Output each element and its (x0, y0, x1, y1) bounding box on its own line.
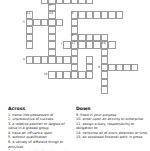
grid-cell-r4c4[interactable] (48, 26, 56, 34)
grid-cell-r8c11[interactable] (101, 56, 109, 64)
grid-cell-r10c4[interactable] (48, 71, 56, 79)
grid-cell-r8c5[interactable] (56, 56, 64, 64)
grid-cell-r5c4[interactable] (48, 34, 56, 42)
down-clue-15: 15. an extended fictional work in prose (76, 135, 148, 140)
grid-cell-r4c1[interactable] (26, 26, 34, 34)
grid-cell-r3c3[interactable] (41, 19, 49, 27)
grid-cell-r10c6[interactable] (63, 71, 71, 79)
grid-cell-r0c5[interactable] (56, 0, 64, 4)
grid-cell-r5c10[interactable] (93, 34, 101, 42)
clue-number-label-14: 14 (49, 12, 53, 15)
grid-cell-r8c9[interactable] (86, 56, 94, 64)
crossword-grid: 31214456717198910 (18, 0, 139, 94)
clue-number-label-3: 3 (49, 4, 51, 7)
grid-cell-r6c8[interactable] (78, 41, 86, 49)
grid-cell-r12c11[interactable] (101, 86, 109, 94)
clue-number-label-5: 5 (19, 21, 25, 24)
grid-cell-r9c15[interactable] (131, 64, 139, 72)
grid-cell-r0c9[interactable] (86, 0, 94, 4)
down-clue-list: 9. fixed in your purpose10. enter upon a… (76, 113, 148, 141)
grid-cell-r0c7[interactable] (71, 0, 79, 4)
down-header: Down (76, 106, 148, 111)
clue-number-label-7: 7 (57, 43, 63, 46)
grid-cell-r2c10[interactable] (93, 11, 101, 19)
grid-cell-r2c9[interactable] (86, 11, 94, 19)
across-clues-section: Across 1. come into possession of2. unpr… (8, 106, 72, 150)
grid-cell-r2c11[interactable] (101, 11, 109, 19)
grid-cell-r0c8[interactable] (78, 0, 86, 4)
grid-cell-r7c11[interactable] (101, 49, 109, 57)
grid-cell-r8c1[interactable] (26, 56, 34, 64)
grid-cell-r10c7[interactable] (71, 71, 79, 79)
grid-cell-r3c4[interactable] (48, 19, 56, 27)
grid-cell-r9c7[interactable] (71, 64, 79, 72)
grid-cell-r5c1[interactable] (26, 34, 34, 42)
across-header: Across (8, 106, 72, 111)
grid-cell-r10c5[interactable] (56, 71, 64, 79)
grid-cell-r9c13[interactable] (116, 64, 124, 72)
clue-number-label-10: 10 (42, 73, 48, 76)
across-clue-3: 3. a relative position or degree of valu… (8, 122, 72, 131)
grid-cell-r3c7[interactable] (71, 19, 79, 27)
clue-number-label-17: 17 (72, 42, 76, 45)
grid-cell-r5c11[interactable] (101, 34, 109, 42)
grid-cell-r8c6[interactable] (63, 56, 71, 64)
grid-cell-r6c9[interactable] (86, 41, 94, 49)
grid-cell-r8c4[interactable] (48, 56, 56, 64)
grid-cell-r9c9[interactable] (86, 64, 94, 72)
grid-cell-r2c12[interactable] (108, 11, 116, 19)
clue-number-label-8: 8 (19, 58, 25, 61)
grid-cell-r6c10[interactable] (93, 41, 101, 49)
down-clue-10: 10. enter upon an activity or enterprise (76, 117, 148, 122)
grid-cell-r8c7[interactable] (71, 56, 79, 64)
grid-cell-r11c11[interactable] (101, 79, 109, 87)
grid-cell-r3c2[interactable] (33, 19, 41, 27)
grid-cell-r10c11[interactable] (101, 71, 109, 79)
across-clue-list: 1. come into possession of2. unproductiv… (8, 113, 72, 151)
clue-number-label-9: 9 (94, 66, 100, 69)
grid-cell-r6c12[interactable] (108, 41, 116, 49)
grid-cell-r9c11[interactable] (101, 64, 109, 72)
grid-cell-r8c3[interactable] (41, 56, 49, 64)
grid-cell-r6c1[interactable] (26, 41, 34, 49)
grid-cell-r10c8[interactable] (78, 71, 86, 79)
grid-cell-r5c8[interactable] (78, 34, 86, 42)
clue-number-label-12: 12 (27, 12, 31, 15)
down-clues-section: Down 9. fixed in your purpose10. enter u… (76, 106, 148, 140)
clue-number-label-19: 19 (102, 42, 106, 45)
grid-cell-r10c9[interactable] (86, 71, 94, 79)
clue-number-label-4: 4 (72, 12, 74, 15)
grid-cell-r7c7[interactable] (71, 49, 79, 57)
grid-cell-r6c6[interactable] (63, 41, 71, 49)
grid-cell-r3c1[interactable] (26, 19, 34, 27)
across-clue-7: 7. characterized by friendship and goodw… (8, 149, 72, 150)
grid-cell-r6c4[interactable] (48, 41, 56, 49)
grid-cell-r5c9[interactable] (86, 34, 94, 42)
down-clue-11: 11. assign a duty, responsibility or obl… (76, 122, 148, 131)
grid-cell-r2c13[interactable] (116, 11, 124, 19)
across-clue-6: 6. a variety of different things or acti… (8, 140, 72, 149)
grid-cell-r3c5[interactable] (56, 19, 64, 27)
grid-cell-r9c14[interactable] (123, 64, 131, 72)
grid-cell-r0c3[interactable] (41, 0, 49, 4)
grid-cell-r9c12[interactable] (108, 64, 116, 72)
grid-cell-r8c2[interactable] (33, 56, 41, 64)
grid-cell-r2c8[interactable] (78, 11, 86, 19)
grid-cell-r7c4[interactable] (48, 49, 56, 57)
clue-number-label-6: 6 (72, 34, 74, 37)
grid-cell-r0c6[interactable] (63, 0, 71, 4)
